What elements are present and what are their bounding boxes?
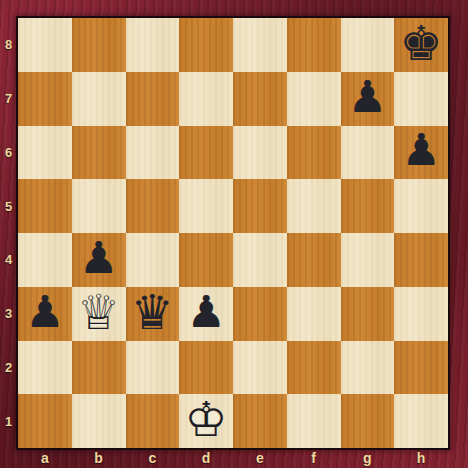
square-f3[interactable] <box>287 287 341 341</box>
file-label-c: c <box>126 448 180 468</box>
square-d3[interactable]: ♟ <box>179 287 233 341</box>
black-pawn-icon: ♟ <box>72 233 126 285</box>
square-a1[interactable] <box>18 394 72 448</box>
square-b7[interactable] <box>72 72 126 126</box>
rank-labels: 8 7 6 5 4 3 2 1 <box>0 18 17 448</box>
chessboard: 8 7 6 5 4 3 2 1 ♚♟♟♟♟♛♕♛♟♚♔ a b c d e f … <box>0 0 468 468</box>
square-b2[interactable] <box>72 341 126 395</box>
square-a2[interactable] <box>18 341 72 395</box>
piece-black-pawn-g7[interactable]: ♟ <box>341 72 395 126</box>
square-b4[interactable]: ♟ <box>72 233 126 287</box>
black-pawn-icon: ♟ <box>18 287 72 339</box>
square-h2[interactable] <box>394 341 448 395</box>
square-d8[interactable] <box>179 18 233 72</box>
square-f1[interactable] <box>287 394 341 448</box>
square-d6[interactable] <box>179 126 233 180</box>
square-h5[interactable] <box>394 179 448 233</box>
square-d2[interactable] <box>179 341 233 395</box>
square-c4[interactable] <box>126 233 180 287</box>
black-king-icon: ♚ <box>394 18 448 70</box>
square-c7[interactable] <box>126 72 180 126</box>
piece-black-queen-c3[interactable]: ♛ <box>126 287 180 341</box>
rank-label-4: 4 <box>0 233 17 287</box>
rank-label-6: 6 <box>0 126 17 180</box>
black-pawn-icon: ♟ <box>341 72 395 124</box>
square-g6[interactable] <box>341 126 395 180</box>
square-e5[interactable] <box>233 179 287 233</box>
square-b8[interactable] <box>72 18 126 72</box>
rank-label-3: 3 <box>0 287 17 341</box>
square-e8[interactable] <box>233 18 287 72</box>
square-c8[interactable] <box>126 18 180 72</box>
piece-black-pawn-a3[interactable]: ♟ <box>18 287 72 341</box>
square-c6[interactable] <box>126 126 180 180</box>
square-h3[interactable] <box>394 287 448 341</box>
square-a7[interactable] <box>18 72 72 126</box>
square-a3[interactable]: ♟ <box>18 287 72 341</box>
piece-black-pawn-d3[interactable]: ♟ <box>179 287 233 341</box>
square-e7[interactable] <box>233 72 287 126</box>
square-g4[interactable] <box>341 233 395 287</box>
square-c2[interactable] <box>126 341 180 395</box>
square-f5[interactable] <box>287 179 341 233</box>
square-c5[interactable] <box>126 179 180 233</box>
file-label-e: e <box>233 448 287 468</box>
white-king-icon: ♔ <box>179 394 233 446</box>
square-a4[interactable] <box>18 233 72 287</box>
piece-white-king-d1[interactable]: ♚♔ <box>179 394 233 448</box>
square-h1[interactable] <box>394 394 448 448</box>
board-grid: ♚♟♟♟♟♛♕♛♟♚♔ <box>18 18 448 448</box>
black-pawn-icon: ♟ <box>179 287 233 339</box>
square-a8[interactable] <box>18 18 72 72</box>
file-label-b: b <box>72 448 126 468</box>
square-d4[interactable] <box>179 233 233 287</box>
piece-black-pawn-b4[interactable]: ♟ <box>72 233 126 287</box>
black-queen-icon: ♛ <box>126 287 180 339</box>
rank-label-2: 2 <box>0 341 17 395</box>
square-b3[interactable]: ♛♕ <box>72 287 126 341</box>
square-h6[interactable]: ♟ <box>394 126 448 180</box>
file-label-h: h <box>394 448 448 468</box>
square-d1[interactable]: ♚♔ <box>179 394 233 448</box>
piece-black-king-h8[interactable]: ♚ <box>394 18 448 72</box>
square-e4[interactable] <box>233 233 287 287</box>
square-g3[interactable] <box>341 287 395 341</box>
rank-label-1: 1 <box>0 394 17 448</box>
square-e3[interactable] <box>233 287 287 341</box>
square-h4[interactable] <box>394 233 448 287</box>
square-f6[interactable] <box>287 126 341 180</box>
file-label-f: f <box>287 448 341 468</box>
file-label-d: d <box>179 448 233 468</box>
piece-black-pawn-h6[interactable]: ♟ <box>394 126 448 180</box>
rank-label-5: 5 <box>0 179 17 233</box>
black-pawn-icon: ♟ <box>394 126 448 178</box>
square-e6[interactable] <box>233 126 287 180</box>
square-h8[interactable]: ♚ <box>394 18 448 72</box>
white-queen-icon: ♕ <box>72 287 126 339</box>
rank-label-8: 8 <box>0 18 17 72</box>
square-a6[interactable] <box>18 126 72 180</box>
square-g2[interactable] <box>341 341 395 395</box>
square-d5[interactable] <box>179 179 233 233</box>
piece-white-queen-b3[interactable]: ♛♕ <box>72 287 126 341</box>
square-f8[interactable] <box>287 18 341 72</box>
square-f2[interactable] <box>287 341 341 395</box>
square-g5[interactable] <box>341 179 395 233</box>
square-b5[interactable] <box>72 179 126 233</box>
square-d7[interactable] <box>179 72 233 126</box>
square-b6[interactable] <box>72 126 126 180</box>
file-label-a: a <box>18 448 72 468</box>
square-g8[interactable] <box>341 18 395 72</box>
square-c3[interactable]: ♛ <box>126 287 180 341</box>
square-b1[interactable] <box>72 394 126 448</box>
square-g1[interactable] <box>341 394 395 448</box>
square-g7[interactable]: ♟ <box>341 72 395 126</box>
rank-label-7: 7 <box>0 72 17 126</box>
file-labels: a b c d e f g h <box>18 448 448 468</box>
square-h7[interactable] <box>394 72 448 126</box>
square-c1[interactable] <box>126 394 180 448</box>
square-e1[interactable] <box>233 394 287 448</box>
square-f7[interactable] <box>287 72 341 126</box>
square-e2[interactable] <box>233 341 287 395</box>
file-label-g: g <box>341 448 395 468</box>
square-a5[interactable] <box>18 179 72 233</box>
square-f4[interactable] <box>287 233 341 287</box>
